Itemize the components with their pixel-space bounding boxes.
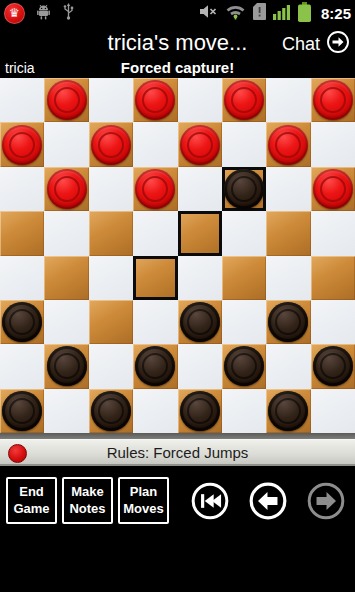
forced-capture-message: Forced capture! [0, 59, 355, 76]
board-square[interactable] [133, 78, 177, 122]
board-square [222, 211, 266, 255]
phone-screen: ♛ 8:25 [0, 0, 355, 592]
red-piece[interactable] [180, 125, 220, 165]
board-square [266, 167, 310, 211]
board-square[interactable] [0, 211, 44, 255]
board-square [311, 389, 355, 433]
checkers-app-icon: ♛ [4, 3, 25, 24]
board-square[interactable] [178, 300, 222, 344]
black-piece[interactable] [224, 169, 264, 209]
black-piece[interactable] [224, 346, 264, 386]
board-square [0, 78, 44, 122]
board-square[interactable] [0, 122, 44, 166]
board-square [178, 78, 222, 122]
board-square[interactable] [44, 256, 88, 300]
red-piece[interactable] [47, 169, 87, 209]
status-icons-right: 8:25 [199, 2, 351, 26]
board-square[interactable] [133, 167, 177, 211]
red-piece[interactable] [313, 169, 353, 209]
board-square [133, 389, 177, 433]
board-square [0, 167, 44, 211]
board-square [266, 78, 310, 122]
board-square[interactable] [222, 256, 266, 300]
signal-icon [273, 4, 291, 24]
back-move-button[interactable] [248, 481, 288, 521]
board-square [133, 211, 177, 255]
board-square[interactable] [311, 167, 355, 211]
board-square[interactable] [89, 211, 133, 255]
wifi-icon [225, 4, 246, 24]
board-square [178, 167, 222, 211]
board-square [266, 344, 310, 388]
black-piece[interactable] [313, 346, 353, 386]
board-square [133, 122, 177, 166]
rules-label: Rules: Forced Jumps [107, 444, 249, 461]
board-square[interactable] [222, 167, 266, 211]
board-square [222, 389, 266, 433]
page-title: tricia's move... [108, 30, 248, 56]
toolbar: End GameMake NotesPlan Moves [0, 466, 355, 524]
subheader: tricia Forced capture! [0, 58, 355, 78]
board-square[interactable] [266, 122, 310, 166]
black-piece[interactable] [91, 391, 131, 431]
chat-button[interactable]: Chat [282, 30, 350, 59]
toolbar-buttons: End GameMake NotesPlan Moves [6, 477, 174, 524]
board-square [311, 122, 355, 166]
title-bar: tricia's move... Chat [0, 27, 355, 58]
red-piece[interactable] [135, 80, 175, 120]
android-icon [36, 4, 51, 24]
board-square [222, 122, 266, 166]
board-square [89, 344, 133, 388]
forward-move-button[interactable] [306, 481, 346, 521]
chat-arrow-icon [326, 30, 350, 59]
black-piece[interactable] [180, 391, 220, 431]
plan-moves-button[interactable]: Plan Moves [118, 477, 169, 524]
board-square[interactable] [133, 256, 177, 300]
black-piece[interactable] [47, 346, 87, 386]
board-square [311, 300, 355, 344]
board-square [133, 300, 177, 344]
board-square[interactable] [266, 211, 310, 255]
board-square[interactable] [89, 300, 133, 344]
board-square[interactable] [178, 389, 222, 433]
mute-icon [199, 4, 218, 23]
board-square [89, 256, 133, 300]
board-square[interactable] [133, 344, 177, 388]
board-square [178, 344, 222, 388]
board-square[interactable] [89, 122, 133, 166]
nav-buttons [190, 481, 346, 521]
board-square [311, 211, 355, 255]
board-square[interactable] [44, 78, 88, 122]
black-piece[interactable] [2, 302, 42, 342]
board-square [0, 344, 44, 388]
board-square [0, 256, 44, 300]
board-square[interactable] [89, 389, 133, 433]
clock-time: 8:25 [321, 5, 351, 22]
black-piece[interactable] [180, 302, 220, 342]
status-bar: ♛ 8:25 [0, 0, 355, 27]
board-square [44, 122, 88, 166]
board-square[interactable] [178, 211, 222, 255]
board-square[interactable] [178, 122, 222, 166]
board-square[interactable] [222, 344, 266, 388]
board-square[interactable] [44, 167, 88, 211]
board-square[interactable] [0, 300, 44, 344]
red-piece[interactable] [91, 125, 131, 165]
red-piece[interactable] [47, 80, 87, 120]
board-square[interactable] [0, 389, 44, 433]
red-piece[interactable] [313, 80, 353, 120]
rules-bar: Rules: Forced Jumps [0, 439, 355, 466]
board-square[interactable] [44, 344, 88, 388]
board [0, 78, 355, 433]
red-turn-indicator [8, 444, 27, 463]
board-square [44, 211, 88, 255]
battery-icon [298, 2, 311, 26]
status-icons-left: ♛ [4, 3, 75, 24]
red-piece[interactable] [268, 125, 308, 165]
board-square [44, 300, 88, 344]
board-square [178, 256, 222, 300]
board-square[interactable] [222, 78, 266, 122]
black-piece[interactable] [268, 391, 308, 431]
black-piece[interactable] [268, 302, 308, 342]
chat-button-label: Chat [282, 34, 320, 55]
black-piece[interactable] [135, 346, 175, 386]
board-square [89, 78, 133, 122]
make-notes-button[interactable]: Make Notes [62, 477, 113, 524]
usb-icon [62, 3, 75, 24]
board-square [266, 256, 310, 300]
black-piece[interactable] [2, 391, 42, 431]
sdcard-warning-icon [253, 3, 266, 24]
board-square [44, 389, 88, 433]
red-piece[interactable] [135, 169, 175, 209]
board-square [222, 300, 266, 344]
red-piece[interactable] [224, 80, 264, 120]
board-square[interactable] [266, 389, 310, 433]
skip-to-start-button[interactable] [190, 481, 230, 521]
board-square[interactable] [311, 78, 355, 122]
red-piece[interactable] [2, 125, 42, 165]
board-square [89, 167, 133, 211]
board-square[interactable] [311, 344, 355, 388]
end-game-button[interactable]: End Game [6, 477, 57, 524]
board-square[interactable] [311, 256, 355, 300]
board-square[interactable] [266, 300, 310, 344]
